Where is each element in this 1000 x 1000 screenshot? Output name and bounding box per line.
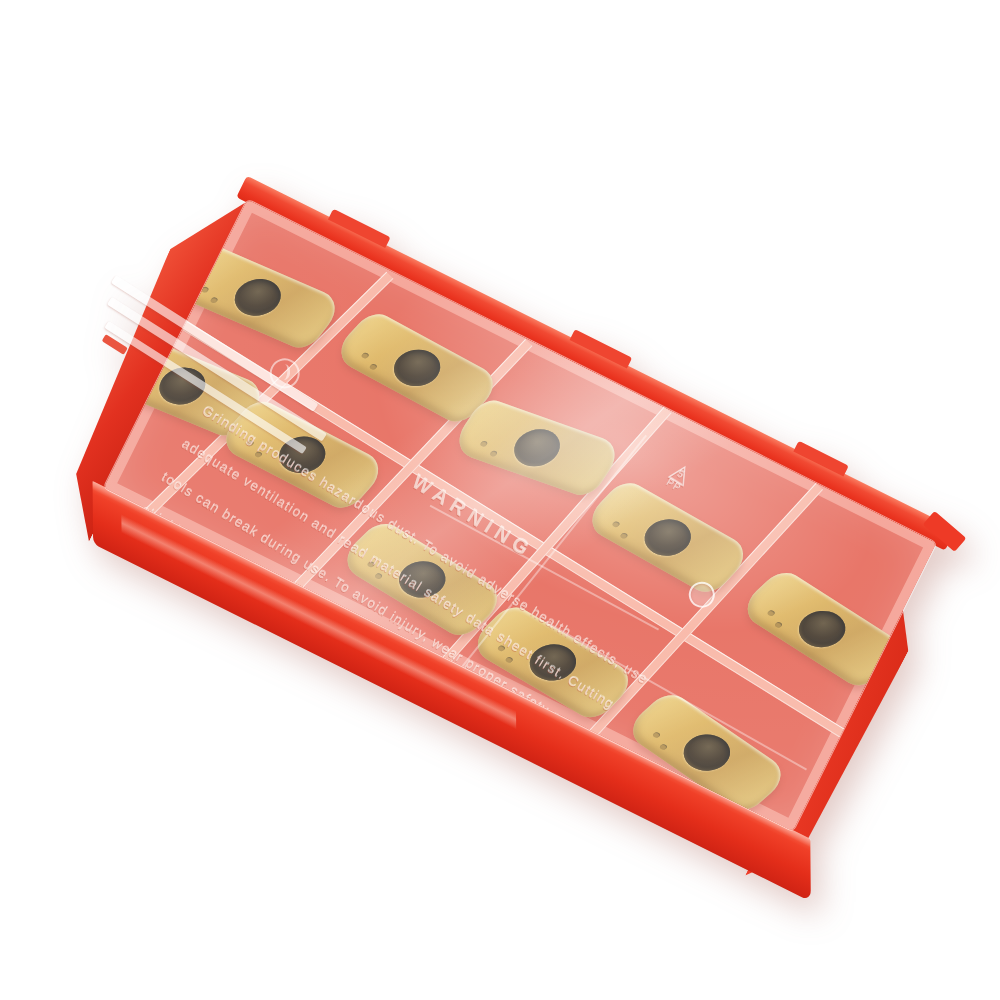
insert-dimple <box>766 609 776 616</box>
insert-center-hole <box>226 273 290 322</box>
insert-dimple <box>611 521 620 528</box>
insert-dimple <box>774 621 784 628</box>
insert-dimple <box>479 440 488 447</box>
insert-dimple <box>369 363 378 370</box>
insert-box: Grinding produces hazardous dust. To avo… <box>0 0 1000 1000</box>
insert-center-hole <box>635 512 700 563</box>
hinge-tab <box>328 209 391 248</box>
insert-dimple <box>360 352 369 359</box>
hinge-tab <box>793 441 848 477</box>
insert-dimple <box>619 532 628 539</box>
insert-center-hole <box>506 424 568 472</box>
hinge-tab <box>570 329 633 368</box>
insert-dimple <box>209 297 218 304</box>
insert-dimple <box>489 450 498 457</box>
product-photo-scene: Grinding produces hazardous dust. To avo… <box>0 0 1000 1000</box>
insert-center-hole <box>789 604 854 655</box>
insert-center-hole <box>385 343 450 393</box>
insert-box-body: Grinding produces hazardous dust. To avo… <box>77 182 945 884</box>
insert-dimple <box>200 286 209 293</box>
